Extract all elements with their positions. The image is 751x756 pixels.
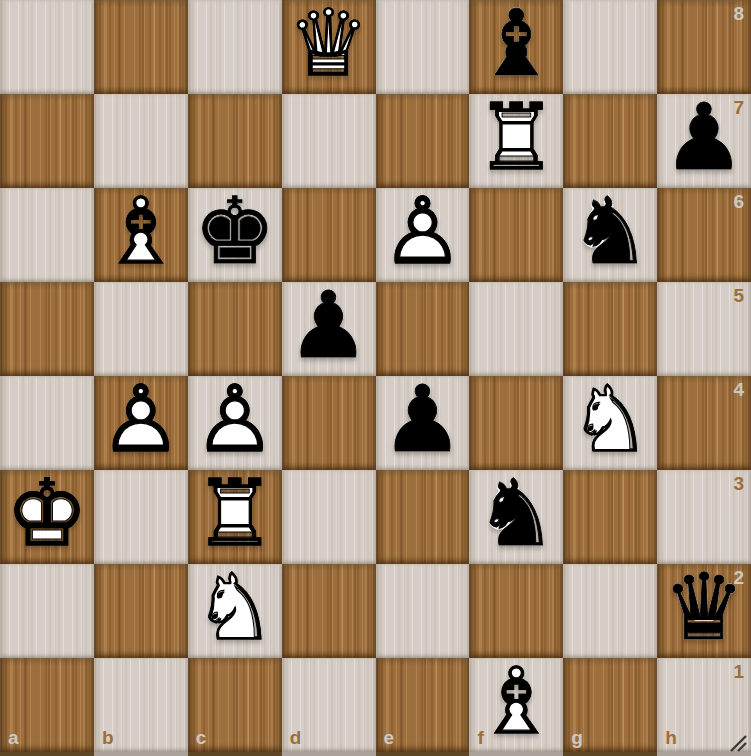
square-e4[interactable]: ♙♟	[376, 376, 470, 470]
piece-white-knight-c2[interactable]: ♞♘	[188, 564, 282, 658]
white-knight-glyph-detail: ♘	[563, 373, 657, 467]
rank-label-1: 1	[733, 662, 744, 681]
piece-white-knight-g4[interactable]: ♞♘	[563, 376, 657, 470]
piece-white-rook-c3[interactable]: ♜♖	[188, 470, 282, 564]
square-c2[interactable]: ♞♘	[188, 564, 282, 658]
file-label-h: h	[665, 728, 677, 747]
piece-black-knight-f3[interactable]: ♘♞	[469, 470, 563, 564]
square-f5[interactable]	[469, 282, 563, 376]
square-d5[interactable]: ♙♟	[282, 282, 376, 376]
board-edge-segment	[0, 752, 94, 756]
piece-white-queen-d8[interactable]: ♛♕	[282, 0, 376, 94]
square-b6[interactable]: ♝♗	[94, 188, 188, 282]
square-g8[interactable]	[563, 0, 657, 94]
square-a2[interactable]	[0, 564, 94, 658]
square-e6[interactable]: ♟♙	[376, 188, 470, 282]
square-a3[interactable]: ♚♔	[0, 470, 94, 564]
piece-black-pawn-h7[interactable]: ♙♟	[657, 94, 751, 188]
square-e5[interactable]	[376, 282, 470, 376]
file-label-b: b	[102, 728, 114, 747]
white-pawn-glyph-detail: ♙	[188, 373, 282, 467]
square-b7[interactable]	[94, 94, 188, 188]
square-g4[interactable]: ♞♘	[563, 376, 657, 470]
black-pawn-glyph-detail: ♟	[376, 373, 470, 467]
black-king-glyph-detail: ♚	[188, 185, 282, 279]
square-e3[interactable]	[376, 470, 470, 564]
piece-white-pawn-c4[interactable]: ♟♙	[188, 376, 282, 470]
piece-white-bishop-f1[interactable]: ♝♗	[469, 658, 563, 752]
square-d1[interactable]: d	[282, 658, 376, 752]
square-f3[interactable]: ♘♞	[469, 470, 563, 564]
square-a1[interactable]: a	[0, 658, 94, 752]
square-h2[interactable]: 2♕♛	[657, 564, 751, 658]
square-h6[interactable]: 6	[657, 188, 751, 282]
file-label-d: d	[290, 728, 302, 747]
square-a7[interactable]	[0, 94, 94, 188]
black-queen-glyph-detail: ♛	[657, 561, 751, 655]
square-g2[interactable]	[563, 564, 657, 658]
square-c6[interactable]: ♔♚	[188, 188, 282, 282]
square-e2[interactable]	[376, 564, 470, 658]
square-h4[interactable]: 4	[657, 376, 751, 470]
board-edge-segment	[94, 752, 188, 756]
board-edge-segment	[282, 752, 376, 756]
square-a4[interactable]	[0, 376, 94, 470]
white-queen-glyph-detail: ♕	[282, 0, 376, 91]
square-e7[interactable]	[376, 94, 470, 188]
chess-board: ♛♕♗♝8♜♖7♙♟♝♗♔♚♟♙♘♞6♙♟5♟♙♟♙♙♟♞♘4♚♔♜♖♘♞3♞♘…	[0, 0, 751, 756]
square-d4[interactable]	[282, 376, 376, 470]
square-h7[interactable]: 7♙♟	[657, 94, 751, 188]
board-bottom-edge	[0, 752, 751, 756]
square-c1[interactable]: c	[188, 658, 282, 752]
square-f8[interactable]: ♗♝	[469, 0, 563, 94]
black-pawn-glyph-detail: ♟	[657, 91, 751, 185]
square-g7[interactable]	[563, 94, 657, 188]
white-knight-glyph-detail: ♘	[188, 561, 282, 655]
piece-black-king-c6[interactable]: ♔♚	[188, 188, 282, 282]
square-d6[interactable]	[282, 188, 376, 282]
black-pawn-glyph-detail: ♟	[282, 279, 376, 373]
square-b1[interactable]: b	[94, 658, 188, 752]
white-bishop-glyph-detail: ♗	[469, 655, 563, 749]
square-c3[interactable]: ♜♖	[188, 470, 282, 564]
piece-black-bishop-f8[interactable]: ♗♝	[469, 0, 563, 94]
square-g3[interactable]	[563, 470, 657, 564]
white-rook-glyph-detail: ♖	[469, 91, 563, 185]
square-g5[interactable]	[563, 282, 657, 376]
square-c4[interactable]: ♟♙	[188, 376, 282, 470]
square-h3[interactable]: 3	[657, 470, 751, 564]
square-f7[interactable]: ♜♖	[469, 94, 563, 188]
square-a6[interactable]	[0, 188, 94, 282]
piece-white-pawn-b4[interactable]: ♟♙	[94, 376, 188, 470]
square-e8[interactable]	[376, 0, 470, 94]
square-c5[interactable]	[188, 282, 282, 376]
square-a8[interactable]	[0, 0, 94, 94]
board-edge-segment	[563, 752, 657, 756]
square-d7[interactable]	[282, 94, 376, 188]
piece-white-king-a3[interactable]: ♚♔	[0, 470, 94, 564]
square-b5[interactable]	[94, 282, 188, 376]
square-d8[interactable]: ♛♕	[282, 0, 376, 94]
piece-black-pawn-d5[interactable]: ♙♟	[282, 282, 376, 376]
rank-label-5: 5	[733, 286, 744, 305]
file-label-a: a	[8, 728, 19, 747]
square-f2[interactable]	[469, 564, 563, 658]
square-c7[interactable]	[188, 94, 282, 188]
white-pawn-glyph-detail: ♙	[94, 373, 188, 467]
board-edge-segment	[188, 752, 282, 756]
square-f4[interactable]	[469, 376, 563, 470]
square-b2[interactable]	[94, 564, 188, 658]
white-bishop-glyph-detail: ♗	[94, 185, 188, 279]
square-e1[interactable]: e	[376, 658, 470, 752]
rank-label-4: 4	[733, 380, 744, 399]
square-c8[interactable]	[188, 0, 282, 94]
file-label-e: e	[384, 728, 395, 747]
square-g1[interactable]: g	[563, 658, 657, 752]
resize-handle[interactable]	[728, 733, 748, 753]
resize-handle-icon	[728, 733, 748, 753]
square-d2[interactable]	[282, 564, 376, 658]
rank-label-6: 6	[733, 192, 744, 211]
black-knight-glyph-detail: ♞	[563, 185, 657, 279]
square-h5[interactable]: 5	[657, 282, 751, 376]
board-grid: ♛♕♗♝8♜♖7♙♟♝♗♔♚♟♙♘♞6♙♟5♟♙♟♙♙♟♞♘4♚♔♜♖♘♞3♞♘…	[0, 0, 751, 752]
square-d3[interactable]	[282, 470, 376, 564]
square-h8[interactable]: 8	[657, 0, 751, 94]
piece-black-pawn-e4[interactable]: ♙♟	[376, 376, 470, 470]
file-label-g: g	[571, 728, 583, 747]
file-label-c: c	[196, 728, 207, 747]
piece-white-bishop-b6[interactable]: ♝♗	[94, 188, 188, 282]
square-f6[interactable]	[469, 188, 563, 282]
board-edge-segment	[376, 752, 470, 756]
rank-label-8: 8	[733, 4, 744, 23]
square-b4[interactable]: ♟♙	[94, 376, 188, 470]
white-pawn-glyph-detail: ♙	[376, 185, 470, 279]
piece-black-queen-h2[interactable]: ♕♛	[657, 564, 751, 658]
square-b3[interactable]	[94, 470, 188, 564]
piece-black-knight-g6[interactable]: ♘♞	[563, 188, 657, 282]
rank-label-3: 3	[733, 474, 744, 493]
black-knight-glyph-detail: ♞	[469, 467, 563, 561]
white-rook-glyph-detail: ♖	[188, 467, 282, 561]
square-b8[interactable]	[94, 0, 188, 94]
square-a5[interactable]	[0, 282, 94, 376]
piece-white-rook-f7[interactable]: ♜♖	[469, 94, 563, 188]
square-g6[interactable]: ♘♞	[563, 188, 657, 282]
square-f1[interactable]: f♝♗	[469, 658, 563, 752]
piece-white-pawn-e6[interactable]: ♟♙	[376, 188, 470, 282]
black-bishop-glyph-detail: ♝	[469, 0, 563, 91]
white-king-glyph-detail: ♔	[0, 467, 94, 561]
